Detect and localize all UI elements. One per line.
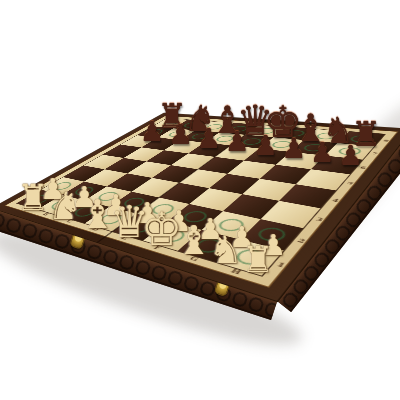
black-pawn: ♟ — [225, 128, 250, 156]
black-pawn: ♟ — [197, 125, 222, 153]
black-pawn: ♟ — [140, 118, 165, 146]
black-pawn: ♟ — [168, 121, 193, 149]
black-pawn: ♟ — [282, 135, 307, 163]
black-pawn: ♟ — [310, 139, 335, 167]
white-knight: ♞ — [48, 187, 82, 225]
white-rook: ♜ — [242, 242, 274, 278]
black-pawn: ♟ — [253, 132, 278, 160]
white-knight: ♞ — [209, 231, 243, 269]
black-pawn: ♟ — [338, 142, 363, 170]
white-bishop: ♝ — [176, 221, 212, 261]
chess-set-photo: ABCDEFGH12345678 ♜♞♝♛♚♝♞♜♟♟♟♟♟♟♟♟♟♟♟♟♟♟♟… — [0, 0, 400, 400]
white-rook: ♜ — [17, 180, 49, 216]
